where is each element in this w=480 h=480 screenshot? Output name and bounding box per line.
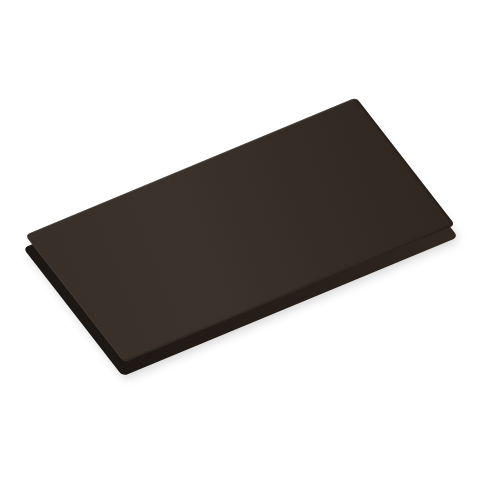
product-photo <box>0 0 480 480</box>
